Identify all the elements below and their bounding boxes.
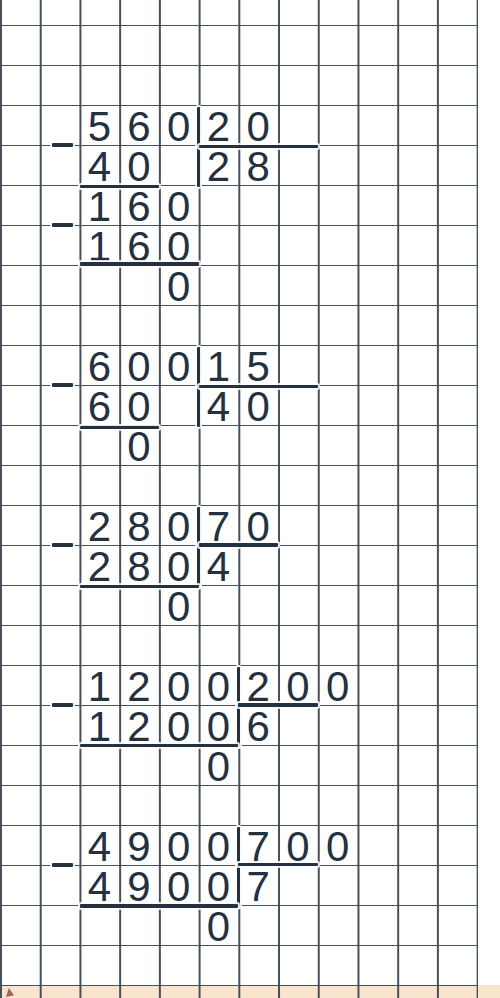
- digit-cell: 7: [238, 865, 278, 905]
- digit-cell: 0: [159, 185, 199, 225]
- quotient-line: [199, 543, 278, 547]
- digit-cell: 2: [199, 145, 239, 185]
- digit-cell: 0: [119, 145, 159, 185]
- quotient-line: [199, 385, 318, 389]
- digit-cell: 8: [238, 145, 278, 185]
- digit-cell: 4: [199, 545, 239, 585]
- digit-cell: 2: [238, 665, 278, 705]
- digit-cell: 0: [199, 705, 239, 745]
- digit-cell: 6: [79, 345, 119, 385]
- digit-cell: 6: [119, 185, 159, 225]
- digit-cell: 6: [119, 225, 159, 265]
- digit-cell: 0: [159, 505, 199, 545]
- digit-cell: 0: [199, 825, 239, 865]
- digit-cell: 0: [318, 825, 358, 865]
- subtraction-line: [80, 904, 239, 908]
- digit-cell: 0: [159, 545, 199, 585]
- digit-cell: 2: [119, 705, 159, 745]
- digit-cell: 0: [159, 665, 199, 705]
- digit-cell: 0: [318, 665, 358, 705]
- digit-cell: 4: [79, 825, 119, 865]
- subtraction-line: [80, 262, 199, 266]
- digit-cell: 0: [238, 505, 278, 545]
- digit-cell: 2: [79, 505, 119, 545]
- digit-cell: 0: [238, 105, 278, 145]
- digit-cell: 5: [79, 105, 119, 145]
- digit-cell: 7: [199, 505, 239, 545]
- digit-cell: 0: [119, 385, 159, 425]
- digit-cell: 0: [238, 385, 278, 425]
- minus-sign: [52, 703, 73, 706]
- subtraction-line: [80, 426, 159, 430]
- division-bar: [237, 827, 240, 907]
- digit-cell: 0: [159, 225, 199, 265]
- digit-cell: 6: [238, 705, 278, 745]
- digit-cell: 4: [79, 145, 119, 185]
- subtraction-line: [80, 744, 239, 748]
- digit-cell: 9: [119, 825, 159, 865]
- digit-cell: 0: [159, 105, 199, 145]
- digit-cell: 4: [199, 385, 239, 425]
- digit-cell: 1: [79, 665, 119, 705]
- digit-cell: 5: [238, 345, 278, 385]
- digit-cell: 1: [79, 705, 119, 745]
- digit-cell: 6: [119, 105, 159, 145]
- minus-sign: [52, 863, 73, 866]
- digit-cell: 0: [199, 905, 239, 945]
- division-bar: [197, 507, 200, 587]
- digit-cell: 0: [199, 665, 239, 705]
- minus-sign: [52, 383, 73, 386]
- digit-cell: 0: [199, 745, 239, 785]
- subtraction-line: [80, 185, 159, 189]
- minus-sign: [52, 143, 73, 146]
- digit-cell: 2: [199, 105, 239, 145]
- digit-cell: 0: [278, 665, 318, 705]
- digit-cell: 1: [199, 345, 239, 385]
- quotient-line: [238, 703, 317, 707]
- digit-cell: 0: [159, 865, 199, 905]
- digit-cell: 7: [238, 825, 278, 865]
- digit-cell: 6: [79, 385, 119, 425]
- digit-cell: 2: [79, 545, 119, 585]
- subtraction-line: [80, 585, 199, 589]
- digit-cell: 1: [79, 225, 119, 265]
- digit-cell: 0: [199, 865, 239, 905]
- digit-cell: 0: [159, 585, 199, 625]
- digit-cell: 0: [159, 825, 199, 865]
- quotient-line: [199, 145, 318, 149]
- digit-cell: 0: [119, 425, 159, 465]
- digit-cell: 2: [119, 665, 159, 705]
- digit-cell: 4: [79, 865, 119, 905]
- worksheet: 5602040281601600600156040028070280401200…: [0, 0, 500, 998]
- digit-cell: 0: [278, 825, 318, 865]
- digit-cell: 0: [119, 345, 159, 385]
- digit-cell: 8: [119, 505, 159, 545]
- digit-cell: 9: [119, 865, 159, 905]
- division-bar: [237, 667, 240, 747]
- digit-cell: 0: [159, 705, 199, 745]
- digit-cell: 8: [119, 545, 159, 585]
- digit-cell: 0: [159, 345, 199, 385]
- digit-cell: 1: [79, 185, 119, 225]
- digit-cell: 0: [159, 265, 199, 305]
- minus-sign: [52, 543, 73, 546]
- quotient-line: [238, 863, 317, 867]
- minus-sign: [52, 223, 73, 226]
